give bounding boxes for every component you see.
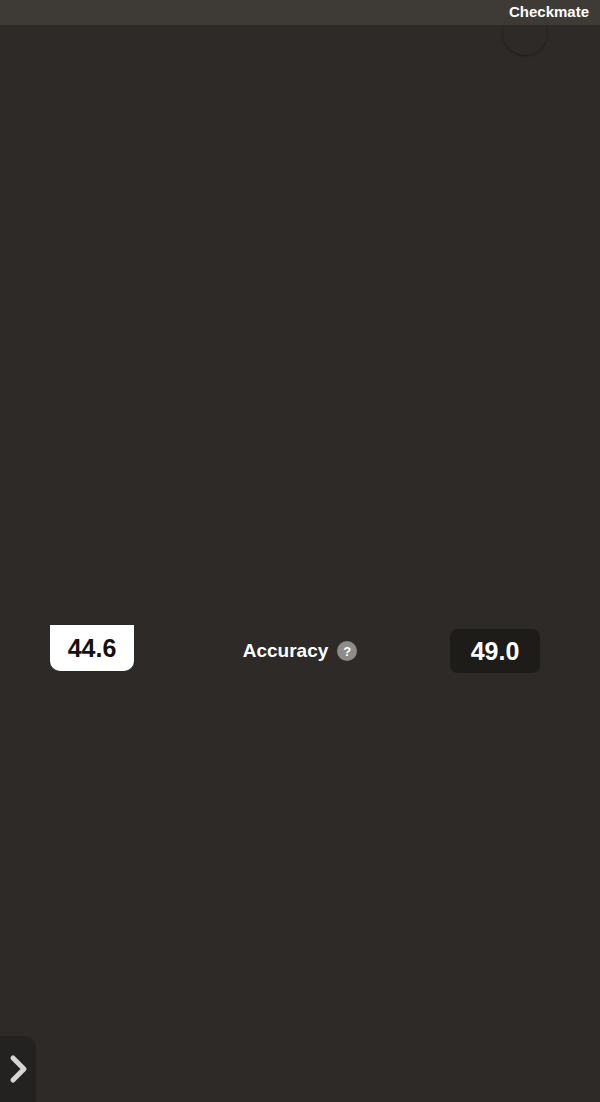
great-move-badge [503,11,547,55]
chess-board [0,25,600,625]
white-accuracy-value: 44.6 [50,625,134,671]
black-accuracy-value: 49.0 [450,629,540,673]
evaluation-graph-container [0,685,600,795]
drawer-handle[interactable] [0,1036,36,1102]
evaluation-graph[interactable] [0,685,600,795]
question-mark-glyph: ? [343,644,351,659]
chevron-right-icon [5,1052,31,1086]
accuracy-label: Accuracy [243,640,329,662]
accuracy-help-icon[interactable]: ? [337,641,357,661]
